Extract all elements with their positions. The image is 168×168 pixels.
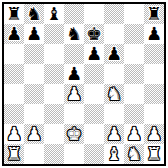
square-a4[interactable] — [4, 84, 24, 104]
white-pawn: ♟ — [144, 124, 164, 144]
square-d7[interactable]: ♞ — [64, 24, 84, 44]
square-c5[interactable] — [44, 64, 64, 84]
square-a7[interactable]: ♟ — [4, 24, 24, 44]
square-a1[interactable]: ♜ — [4, 144, 24, 164]
square-f3[interactable] — [104, 104, 124, 124]
black-pawn: ♟ — [24, 24, 44, 44]
square-b1[interactable] — [24, 144, 44, 164]
white-king: ♚ — [64, 124, 84, 144]
chess-board-frame: ♜♞♝♜♟♟♞♚♟♟♟♟♟♞♟♟♚♟♟♟♜♝♞♜ — [2, 2, 166, 166]
black-king: ♚ — [84, 24, 104, 44]
square-a5[interactable] — [4, 64, 24, 84]
square-b7[interactable]: ♟ — [24, 24, 44, 44]
white-bishop: ♝ — [104, 144, 124, 164]
square-c2[interactable] — [44, 124, 64, 144]
square-a3[interactable] — [4, 104, 24, 124]
square-d1[interactable] — [64, 144, 84, 164]
square-a8[interactable]: ♜ — [4, 4, 24, 24]
square-g8[interactable] — [124, 4, 144, 24]
black-knight: ♞ — [24, 4, 44, 24]
black-bishop: ♝ — [44, 4, 64, 24]
black-knight: ♞ — [64, 24, 84, 44]
square-f7[interactable] — [104, 24, 124, 44]
white-pawn: ♟ — [104, 124, 124, 144]
square-e1[interactable] — [84, 144, 104, 164]
square-f6[interactable]: ♟ — [104, 44, 124, 64]
square-f5[interactable] — [104, 64, 124, 84]
white-rook: ♜ — [4, 144, 24, 164]
square-h7[interactable]: ♟ — [144, 24, 164, 44]
square-a6[interactable] — [4, 44, 24, 64]
white-pawn: ♟ — [4, 124, 24, 144]
square-g3[interactable] — [124, 104, 144, 124]
black-rook: ♜ — [144, 4, 164, 24]
square-c8[interactable]: ♝ — [44, 4, 64, 24]
square-c7[interactable] — [44, 24, 64, 44]
square-h2[interactable]: ♟ — [144, 124, 164, 144]
square-d2[interactable]: ♚ — [64, 124, 84, 144]
square-f1[interactable]: ♝ — [104, 144, 124, 164]
square-d8[interactable] — [64, 4, 84, 24]
black-rook: ♜ — [4, 4, 24, 24]
square-h4[interactable] — [144, 84, 164, 104]
square-b6[interactable] — [24, 44, 44, 64]
square-b8[interactable]: ♞ — [24, 4, 44, 24]
white-pawn: ♟ — [24, 124, 44, 144]
square-c1[interactable] — [44, 144, 64, 164]
square-e3[interactable] — [84, 104, 104, 124]
black-pawn: ♟ — [84, 44, 104, 64]
square-h3[interactable] — [144, 104, 164, 124]
white-pawn: ♟ — [124, 124, 144, 144]
square-c3[interactable] — [44, 104, 64, 124]
square-d5[interactable]: ♟ — [64, 64, 84, 84]
square-e8[interactable] — [84, 4, 104, 24]
square-e4[interactable] — [84, 84, 104, 104]
black-pawn: ♟ — [4, 24, 24, 44]
white-knight: ♞ — [124, 144, 144, 164]
square-d3[interactable] — [64, 104, 84, 124]
square-g1[interactable]: ♞ — [124, 144, 144, 164]
chess-board: ♜♞♝♜♟♟♞♚♟♟♟♟♟♞♟♟♚♟♟♟♜♝♞♜ — [4, 4, 164, 164]
black-pawn: ♟ — [104, 44, 124, 64]
square-e5[interactable] — [84, 64, 104, 84]
square-c4[interactable] — [44, 84, 64, 104]
square-d4[interactable]: ♟ — [64, 84, 84, 104]
white-rook: ♜ — [144, 144, 164, 164]
square-b4[interactable] — [24, 84, 44, 104]
white-pawn: ♟ — [64, 84, 84, 104]
square-h8[interactable]: ♜ — [144, 4, 164, 24]
square-h1[interactable]: ♜ — [144, 144, 164, 164]
white-knight: ♞ — [104, 84, 124, 104]
square-g7[interactable] — [124, 24, 144, 44]
square-g4[interactable] — [124, 84, 144, 104]
square-e6[interactable]: ♟ — [84, 44, 104, 64]
square-e7[interactable]: ♚ — [84, 24, 104, 44]
square-f4[interactable]: ♞ — [104, 84, 124, 104]
square-g2[interactable]: ♟ — [124, 124, 144, 144]
square-a2[interactable]: ♟ — [4, 124, 24, 144]
square-h5[interactable] — [144, 64, 164, 84]
square-g6[interactable] — [124, 44, 144, 64]
square-b2[interactable]: ♟ — [24, 124, 44, 144]
square-b5[interactable] — [24, 64, 44, 84]
square-d6[interactable] — [64, 44, 84, 64]
square-g5[interactable] — [124, 64, 144, 84]
square-f2[interactable]: ♟ — [104, 124, 124, 144]
square-b3[interactable] — [24, 104, 44, 124]
square-c6[interactable] — [44, 44, 64, 64]
black-pawn: ♟ — [64, 64, 84, 84]
square-h6[interactable] — [144, 44, 164, 64]
black-pawn: ♟ — [144, 24, 164, 44]
square-f8[interactable] — [104, 4, 124, 24]
square-e2[interactable] — [84, 124, 104, 144]
